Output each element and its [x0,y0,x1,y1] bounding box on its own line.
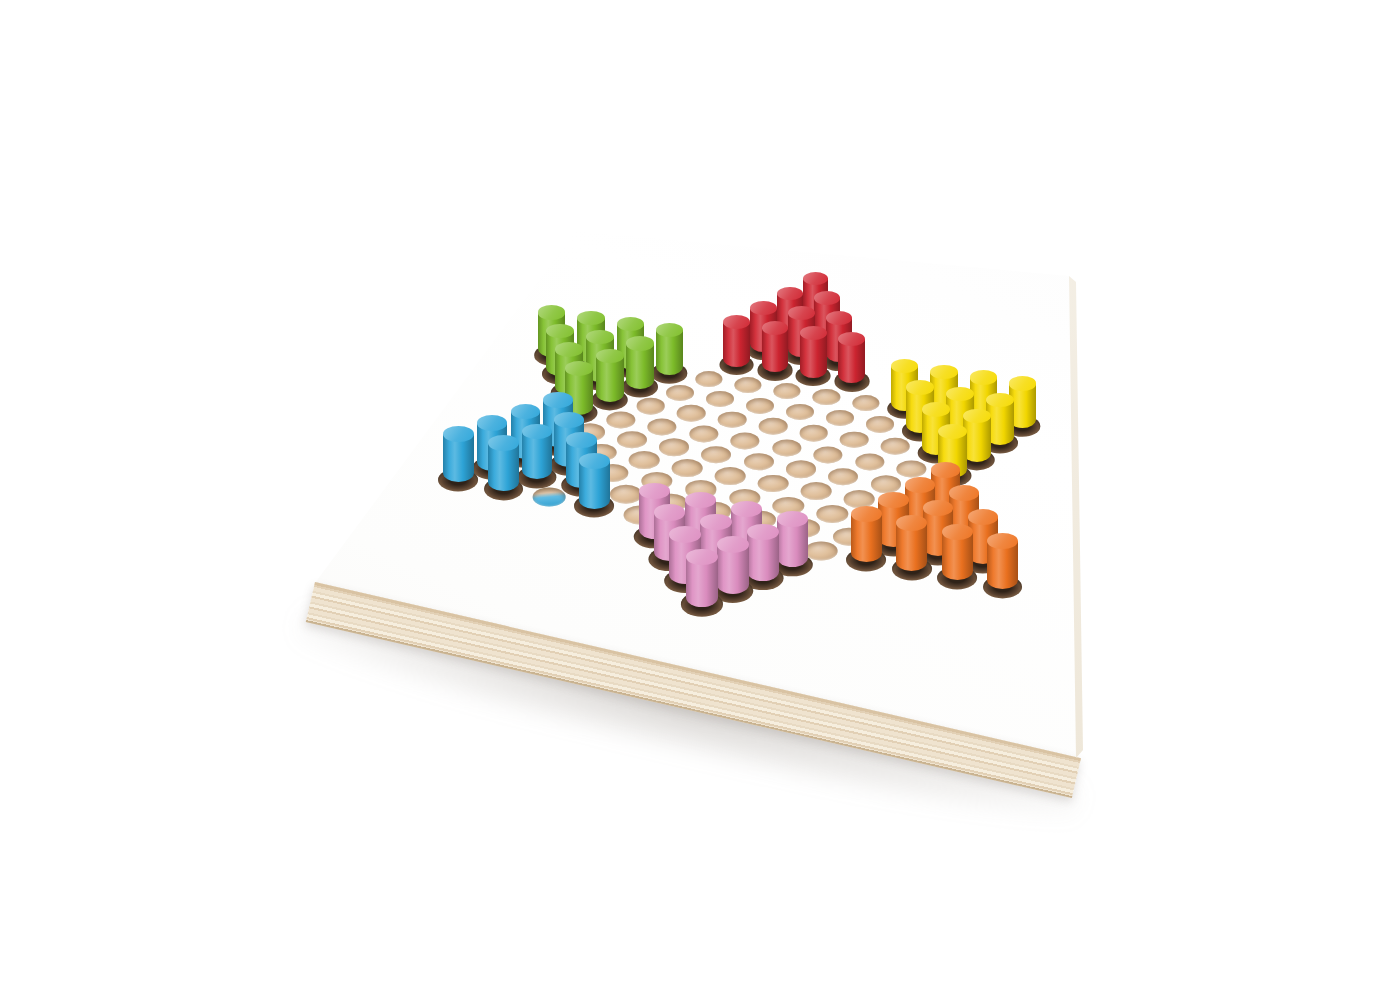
empty-hole [801,483,832,501]
peg-top-face [443,426,474,442]
empty-hole [718,412,747,429]
peg-top-face [555,342,583,357]
empty-hole [855,453,884,470]
peg-top-face [477,415,507,431]
peg-red [762,321,789,372]
peg-top-face [891,359,918,373]
peg-top-face [565,361,594,376]
peg-top-face [949,485,979,501]
empty-hole [758,475,789,493]
peg-top-face [538,305,565,319]
peg-top-face [546,324,574,338]
empty-hole [666,385,694,401]
product-photo-scene [0,0,1400,1000]
peg-blue [443,426,474,482]
empty-hole [813,446,842,463]
peg-red [838,332,865,383]
peg-pink [777,511,808,568]
peg-top-face [942,524,973,540]
peg-top-face [579,453,610,469]
empty-hole [852,395,879,411]
peg-pink [717,536,749,594]
peg-top-face [803,272,829,285]
empty-hole [773,383,800,399]
empty-hole [606,411,635,428]
empty-hole [772,439,801,456]
peg-top-face [896,515,927,531]
empty-hole [840,432,869,449]
peg-top-face [762,321,789,335]
peg-top-face [747,524,779,540]
empty-hole [672,459,703,477]
peg-top-face [906,380,934,394]
peg-top-face [851,506,882,522]
peg-top-face [586,330,614,344]
peg-green [656,323,683,375]
recessed-blue-peg-in-hole [533,488,566,507]
peg-top-face [750,301,776,315]
empty-hole [695,371,722,387]
peg-top-face [654,504,686,520]
peg-top-face [717,536,749,553]
empty-hole [730,432,759,449]
peg-top-face [554,412,584,428]
peg-top-face [946,387,974,401]
peg-top-face [838,332,865,346]
empty-hole [677,405,706,422]
empty-hole [786,404,814,420]
empty-hole [734,377,761,393]
empty-hole [897,460,926,477]
empty-hole [826,410,854,426]
peg-top-face [922,402,950,417]
empty-hole [759,418,788,435]
peg-top-face [814,291,840,305]
peg-top-face [777,287,803,301]
peg-red [800,326,827,377]
peg-top-face [905,477,935,493]
peg-top-face [970,370,997,384]
peg-top-face [987,533,1018,549]
peg-blue [488,435,519,491]
empty-hole [610,485,642,504]
peg-pink [686,549,718,607]
peg-top-face [566,432,596,448]
peg-top-face [685,492,716,508]
peg-orange [942,524,973,580]
peg-top-face [1009,376,1036,390]
empty-hole [799,425,828,442]
peg-top-face [626,336,654,350]
peg-top-face [986,393,1014,407]
peg-green [626,336,654,388]
peg-top-face [522,424,552,440]
peg-pink [747,524,779,581]
empty-hole [706,391,734,407]
peg-top-face [968,509,998,525]
peg-red [723,315,750,366]
peg-top-face [669,526,701,543]
empty-hole [866,416,894,432]
empty-hole [647,418,676,435]
empty-hole [715,467,746,485]
empty-hole [813,389,840,405]
peg-orange [896,515,927,571]
empty-hole [746,397,774,413]
empty-hole [689,425,718,442]
peg-top-face [488,435,519,451]
peg-top-face [543,392,572,407]
empty-hole [881,438,910,455]
peg-top-face [930,365,957,379]
empty-hole [805,541,838,560]
peg-top-face [788,306,814,320]
peg-top-face [931,462,960,477]
peg-orange [987,533,1018,589]
peg-blue [579,453,610,509]
peg-green [596,349,624,402]
peg-top-face [639,483,670,499]
empty-hole [636,398,665,415]
peg-top-face [878,492,908,508]
empty-hole [629,451,660,469]
peg-top-face [777,511,808,527]
peg-blue [522,424,552,480]
peg-orange [851,506,882,562]
